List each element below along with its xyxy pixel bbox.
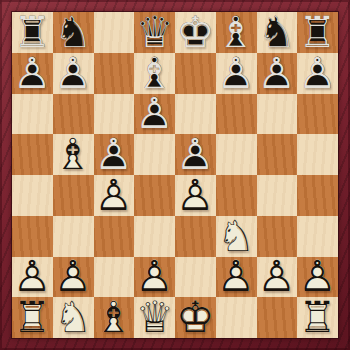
piece-outline-glyph: ♙ xyxy=(297,53,338,94)
piece-outline-glyph: ♙ xyxy=(175,175,216,216)
white-bishop-b5[interactable]: ♝♗ xyxy=(53,134,94,175)
white-pawn-e4[interactable]: ♟♙ xyxy=(175,175,216,216)
square-h2[interactable]: ♟♙ xyxy=(297,257,338,298)
square-b5[interactable]: ♝♗ xyxy=(53,134,94,175)
piece-outline-glyph: ♘ xyxy=(53,297,94,338)
square-b1[interactable]: ♞♘ xyxy=(53,297,94,338)
chess-board: ♜♖♞♘♛♕♚♔♝♗♞♘♜♖♟♙♟♙♝♗♟♙♟♙♟♙♟♙♝♗♟♙♟♙♟♙♟♙♞♘… xyxy=(12,12,338,338)
square-a5[interactable] xyxy=(12,134,53,175)
square-h4[interactable] xyxy=(297,175,338,216)
square-f3[interactable]: ♞♘ xyxy=(216,216,257,257)
square-h5[interactable] xyxy=(297,134,338,175)
piece-outline-glyph: ♙ xyxy=(134,94,175,135)
square-f5[interactable] xyxy=(216,134,257,175)
white-pawn-a2[interactable]: ♟♙ xyxy=(12,257,53,298)
piece-outline-glyph: ♙ xyxy=(53,53,94,94)
black-knight-b8[interactable]: ♞♘ xyxy=(53,12,94,53)
square-b2[interactable]: ♟♙ xyxy=(53,257,94,298)
square-f7[interactable]: ♟♙ xyxy=(216,53,257,94)
square-e3[interactable] xyxy=(175,216,216,257)
black-pawn-c5[interactable]: ♟♙ xyxy=(94,134,135,175)
white-pawn-g2[interactable]: ♟♙ xyxy=(257,257,298,298)
square-b3[interactable] xyxy=(53,216,94,257)
white-queen-d1[interactable]: ♛♕ xyxy=(134,297,175,338)
square-f4[interactable] xyxy=(216,175,257,216)
square-g3[interactable] xyxy=(257,216,298,257)
piece-outline-glyph: ♔ xyxy=(175,12,216,53)
square-c4[interactable]: ♟♙ xyxy=(94,175,135,216)
square-f1[interactable] xyxy=(216,297,257,338)
square-e7[interactable] xyxy=(175,53,216,94)
piece-outline-glyph: ♕ xyxy=(134,12,175,53)
square-e1[interactable]: ♚♔ xyxy=(175,297,216,338)
square-b7[interactable]: ♟♙ xyxy=(53,53,94,94)
piece-outline-glyph: ♙ xyxy=(94,175,135,216)
square-e6[interactable] xyxy=(175,94,216,135)
black-pawn-f7[interactable]: ♟♙ xyxy=(216,53,257,94)
piece-outline-glyph: ♗ xyxy=(134,53,175,94)
square-g4[interactable] xyxy=(257,175,298,216)
piece-outline-glyph: ♙ xyxy=(216,257,257,298)
black-rook-a8[interactable]: ♜♖ xyxy=(12,12,53,53)
square-d7[interactable]: ♝♗ xyxy=(134,53,175,94)
square-c2[interactable] xyxy=(94,257,135,298)
square-d6[interactable]: ♟♙ xyxy=(134,94,175,135)
square-c6[interactable] xyxy=(94,94,135,135)
white-pawn-f2[interactable]: ♟♙ xyxy=(216,257,257,298)
piece-outline-glyph: ♖ xyxy=(297,12,338,53)
square-a4[interactable] xyxy=(12,175,53,216)
black-pawn-g7[interactable]: ♟♙ xyxy=(257,53,298,94)
square-d2[interactable]: ♟♙ xyxy=(134,257,175,298)
square-g5[interactable] xyxy=(257,134,298,175)
black-king-e8[interactable]: ♚♔ xyxy=(175,12,216,53)
square-h1[interactable]: ♜♖ xyxy=(297,297,338,338)
white-pawn-b2[interactable]: ♟♙ xyxy=(53,257,94,298)
square-a8[interactable]: ♜♖ xyxy=(12,12,53,53)
black-pawn-b7[interactable]: ♟♙ xyxy=(53,53,94,94)
square-b8[interactable]: ♞♘ xyxy=(53,12,94,53)
black-pawn-a7[interactable]: ♟♙ xyxy=(12,53,53,94)
square-a7[interactable]: ♟♙ xyxy=(12,53,53,94)
black-pawn-d6[interactable]: ♟♙ xyxy=(134,94,175,135)
square-f2[interactable]: ♟♙ xyxy=(216,257,257,298)
piece-outline-glyph: ♙ xyxy=(134,257,175,298)
white-king-e1[interactable]: ♚♔ xyxy=(175,297,216,338)
square-c5[interactable]: ♟♙ xyxy=(94,134,135,175)
white-rook-a1[interactable]: ♜♖ xyxy=(12,297,53,338)
square-d3[interactable] xyxy=(134,216,175,257)
square-d5[interactable] xyxy=(134,134,175,175)
black-bishop-d7[interactable]: ♝♗ xyxy=(134,53,175,94)
board-frame: ♜♖♞♘♛♕♚♔♝♗♞♘♜♖♟♙♟♙♝♗♟♙♟♙♟♙♟♙♝♗♟♙♟♙♟♙♟♙♞♘… xyxy=(0,0,350,350)
square-e8[interactable]: ♚♔ xyxy=(175,12,216,53)
black-knight-g8[interactable]: ♞♘ xyxy=(257,12,298,53)
square-d1[interactable]: ♛♕ xyxy=(134,297,175,338)
square-g2[interactable]: ♟♙ xyxy=(257,257,298,298)
piece-outline-glyph: ♖ xyxy=(12,297,53,338)
square-e4[interactable]: ♟♙ xyxy=(175,175,216,216)
white-bishop-c1[interactable]: ♝♗ xyxy=(94,297,135,338)
piece-outline-glyph: ♙ xyxy=(257,257,298,298)
white-knight-f3[interactable]: ♞♘ xyxy=(216,216,257,257)
black-queen-d8[interactable]: ♛♕ xyxy=(134,12,175,53)
square-g8[interactable]: ♞♘ xyxy=(257,12,298,53)
white-knight-b1[interactable]: ♞♘ xyxy=(53,297,94,338)
square-c1[interactable]: ♝♗ xyxy=(94,297,135,338)
piece-outline-glyph: ♘ xyxy=(53,12,94,53)
square-h8[interactable]: ♜♖ xyxy=(297,12,338,53)
square-h7[interactable]: ♟♙ xyxy=(297,53,338,94)
square-c7[interactable] xyxy=(94,53,135,94)
square-h3[interactable] xyxy=(297,216,338,257)
white-pawn-c4[interactable]: ♟♙ xyxy=(94,175,135,216)
white-pawn-d2[interactable]: ♟♙ xyxy=(134,257,175,298)
square-a3[interactable] xyxy=(12,216,53,257)
square-g1[interactable] xyxy=(257,297,298,338)
square-c8[interactable] xyxy=(94,12,135,53)
piece-outline-glyph: ♘ xyxy=(216,216,257,257)
piece-outline-glyph: ♙ xyxy=(53,257,94,298)
piece-outline-glyph: ♙ xyxy=(175,134,216,175)
square-c3[interactable] xyxy=(94,216,135,257)
square-g6[interactable] xyxy=(257,94,298,135)
square-a6[interactable] xyxy=(12,94,53,135)
black-bishop-f8[interactable]: ♝♗ xyxy=(216,12,257,53)
piece-outline-glyph: ♗ xyxy=(53,134,94,175)
black-pawn-e5[interactable]: ♟♙ xyxy=(175,134,216,175)
square-f6[interactable] xyxy=(216,94,257,135)
square-a1[interactable]: ♜♖ xyxy=(12,297,53,338)
square-e2[interactable] xyxy=(175,257,216,298)
black-pawn-h7[interactable]: ♟♙ xyxy=(297,53,338,94)
square-d4[interactable] xyxy=(134,175,175,216)
piece-outline-glyph: ♙ xyxy=(12,53,53,94)
piece-outline-glyph: ♘ xyxy=(257,12,298,53)
piece-outline-glyph: ♗ xyxy=(94,297,135,338)
square-g7[interactable]: ♟♙ xyxy=(257,53,298,94)
black-rook-h8[interactable]: ♜♖ xyxy=(297,12,338,53)
piece-outline-glyph: ♙ xyxy=(216,53,257,94)
piece-outline-glyph: ♙ xyxy=(257,53,298,94)
piece-outline-glyph: ♖ xyxy=(297,297,338,338)
square-b4[interactable] xyxy=(53,175,94,216)
piece-outline-glyph: ♖ xyxy=(12,12,53,53)
square-e5[interactable]: ♟♙ xyxy=(175,134,216,175)
square-d8[interactable]: ♛♕ xyxy=(134,12,175,53)
piece-outline-glyph: ♙ xyxy=(12,257,53,298)
square-f8[interactable]: ♝♗ xyxy=(216,12,257,53)
piece-outline-glyph: ♙ xyxy=(297,257,338,298)
square-b6[interactable] xyxy=(53,94,94,135)
piece-outline-glyph: ♗ xyxy=(216,12,257,53)
piece-outline-glyph: ♙ xyxy=(94,134,135,175)
piece-outline-glyph: ♔ xyxy=(175,297,216,338)
piece-outline-glyph: ♕ xyxy=(134,297,175,338)
square-a2[interactable]: ♟♙ xyxy=(12,257,53,298)
white-rook-h1[interactable]: ♜♖ xyxy=(297,297,338,338)
white-pawn-h2[interactable]: ♟♙ xyxy=(297,257,338,298)
square-h6[interactable] xyxy=(297,94,338,135)
